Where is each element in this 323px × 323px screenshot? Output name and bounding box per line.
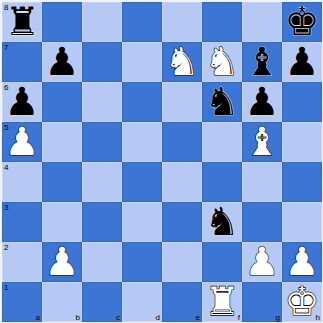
square-a4[interactable]: 4 [2,162,42,202]
square-h8[interactable]: ♚ [282,2,322,42]
square-b8[interactable] [42,2,82,42]
square-g7[interactable]: ♝ [242,42,282,82]
file-label-a: a [36,313,40,322]
white-pawn-icon[interactable]: ♟ [5,122,40,162]
square-c6[interactable] [82,82,122,122]
square-d3[interactable] [122,202,162,242]
square-b3[interactable] [42,202,82,242]
square-b7[interactable]: ♟ [42,42,82,82]
square-c4[interactable] [82,162,122,202]
black-knight-icon[interactable]: ♞ [205,202,240,242]
file-label-b: b [76,313,80,322]
square-f8[interactable] [202,2,242,42]
square-a2[interactable]: 2 [2,242,42,282]
white-bishop-icon[interactable]: ♝ [245,122,280,162]
black-pawn-icon[interactable]: ♟ [245,82,280,122]
square-g8[interactable] [242,2,282,42]
square-d6[interactable] [122,82,162,122]
square-c2[interactable] [82,242,122,282]
square-c1[interactable]: c [82,282,122,322]
square-d4[interactable] [122,162,162,202]
black-bishop-icon[interactable]: ♝ [245,42,280,82]
square-h3[interactable] [282,202,322,242]
square-c8[interactable] [82,2,122,42]
white-rook-icon[interactable]: ♜ [205,282,240,322]
white-knight-icon[interactable]: ♞ [165,42,200,82]
square-f6[interactable]: ♞ [202,82,242,122]
white-pawn-icon[interactable]: ♟ [245,242,280,282]
rank-label-6: 6 [4,83,8,92]
square-b4[interactable] [42,162,82,202]
square-g4[interactable] [242,162,282,202]
file-label-f: f [238,313,240,322]
file-label-g: g [276,313,280,322]
file-label-h: h [316,313,320,322]
square-e7[interactable]: ♞ [162,42,202,82]
square-e3[interactable] [162,202,202,242]
black-knight-icon[interactable]: ♞ [205,82,240,122]
square-e2[interactable] [162,242,202,282]
square-e6[interactable] [162,82,202,122]
square-h6[interactable] [282,82,322,122]
white-pawn-icon[interactable]: ♟ [285,242,320,282]
square-a3[interactable]: 3 [2,202,42,242]
square-h1[interactable]: h♚ [282,282,322,322]
square-c5[interactable] [82,122,122,162]
black-pawn-icon[interactable]: ♟ [45,42,80,82]
file-label-e: e [196,313,200,322]
square-d7[interactable] [122,42,162,82]
square-a5[interactable]: 5♟ [2,122,42,162]
rank-label-2: 2 [4,243,8,252]
square-c7[interactable] [82,42,122,82]
square-d5[interactable] [122,122,162,162]
square-a7[interactable]: 7 [2,42,42,82]
rank-label-7: 7 [4,43,8,52]
rank-label-8: 8 [4,3,8,12]
file-label-c: c [116,313,120,322]
square-h4[interactable] [282,162,322,202]
square-b5[interactable] [42,122,82,162]
rank-label-1: 1 [4,283,8,292]
square-g5[interactable]: ♝ [242,122,282,162]
square-d8[interactable] [122,2,162,42]
square-a8[interactable]: 8♜ [2,2,42,42]
white-pawn-icon[interactable]: ♟ [45,242,80,282]
square-f4[interactable] [202,162,242,202]
black-pawn-icon[interactable]: ♟ [285,42,320,82]
square-g2[interactable]: ♟ [242,242,282,282]
square-g1[interactable]: g [242,282,282,322]
square-f7[interactable]: ♞ [202,42,242,82]
rank-label-3: 3 [4,203,8,212]
square-f2[interactable] [202,242,242,282]
rank-label-5: 5 [4,123,8,132]
white-king-icon[interactable]: ♚ [285,282,320,322]
black-rook-icon[interactable]: ♜ [5,2,40,42]
square-b2[interactable]: ♟ [42,242,82,282]
chess-diagram: 8♜♚7♟♞♞♝♟6♟♞♟5♟♝43♞2♟♟♟1abcdef♜gh♚ [0,0,323,323]
square-e8[interactable] [162,2,202,42]
square-f1[interactable]: f♜ [202,282,242,322]
square-h2[interactable]: ♟ [282,242,322,282]
black-king-icon[interactable]: ♚ [285,2,320,42]
square-g6[interactable]: ♟ [242,82,282,122]
square-g3[interactable] [242,202,282,242]
black-pawn-icon[interactable]: ♟ [5,82,40,122]
square-f3[interactable]: ♞ [202,202,242,242]
white-knight-icon[interactable]: ♞ [205,42,240,82]
square-d2[interactable] [122,242,162,282]
file-label-d: d [156,313,160,322]
square-e4[interactable] [162,162,202,202]
square-a1[interactable]: 1a [2,282,42,322]
chess-board: 8♜♚7♟♞♞♝♟6♟♞♟5♟♝43♞2♟♟♟1abcdef♜gh♚ [2,2,322,322]
square-f5[interactable] [202,122,242,162]
square-c3[interactable] [82,202,122,242]
rank-label-4: 4 [4,163,8,172]
square-e5[interactable] [162,122,202,162]
square-e1[interactable]: e [162,282,202,322]
square-b1[interactable]: b [42,282,82,322]
square-h5[interactable] [282,122,322,162]
square-h7[interactable]: ♟ [282,42,322,82]
square-a6[interactable]: 6♟ [2,82,42,122]
square-b6[interactable] [42,82,82,122]
square-d1[interactable]: d [122,282,162,322]
